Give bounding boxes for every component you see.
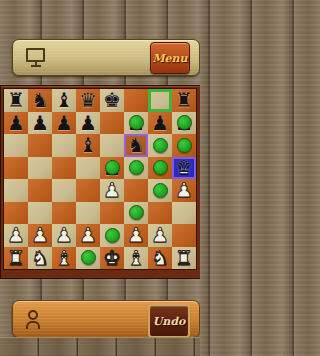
square-d2[interactable]: ♟ xyxy=(76,224,100,247)
square-e5[interactable]: ♟ xyxy=(100,157,124,180)
square-f6[interactable]: ♞ xyxy=(124,134,148,157)
person-icon xyxy=(26,310,40,329)
square-g6[interactable] xyxy=(148,134,172,157)
black-bishop: ♝ xyxy=(55,90,73,110)
legal-move-dot xyxy=(153,138,168,153)
black-pawn: ♟ xyxy=(175,113,193,133)
square-d4[interactable] xyxy=(76,179,100,202)
square-d5[interactable] xyxy=(76,157,100,180)
square-h5[interactable]: ♛ xyxy=(172,157,196,180)
white-knight: ♞ xyxy=(31,248,49,268)
black-pawn: ♟ xyxy=(103,158,121,178)
square-h4[interactable]: ♟ xyxy=(172,179,196,202)
app-screen: { "game": "chess", "app": { "top_bar": {… xyxy=(0,0,200,356)
square-e1[interactable]: ♚ xyxy=(100,247,124,270)
opponent-bar: Menu xyxy=(12,39,200,76)
square-g1[interactable]: ♞ xyxy=(148,247,172,270)
square-d1[interactable] xyxy=(76,247,100,270)
square-h8[interactable]: ♜ xyxy=(172,89,196,112)
square-b8[interactable]: ♞ xyxy=(28,89,52,112)
square-f7[interactable]: ♟ xyxy=(124,112,148,135)
square-c4[interactable] xyxy=(52,179,76,202)
white-pawn: ♟ xyxy=(175,180,193,200)
square-b4[interactable] xyxy=(28,179,52,202)
square-b2[interactable]: ♟ xyxy=(28,224,52,247)
square-a3[interactable] xyxy=(4,202,28,225)
square-h2[interactable] xyxy=(172,224,196,247)
black-pawn: ♟ xyxy=(79,113,97,133)
white-pawn: ♟ xyxy=(79,225,97,245)
legal-move-dot xyxy=(129,115,144,130)
square-b3[interactable] xyxy=(28,202,52,225)
square-f3[interactable] xyxy=(124,202,148,225)
white-pawn: ♟ xyxy=(103,180,121,200)
square-f4[interactable] xyxy=(124,179,148,202)
white-bishop: ♝ xyxy=(55,248,73,268)
square-g5[interactable] xyxy=(148,157,172,180)
square-f1[interactable]: ♝ xyxy=(124,247,148,270)
chess-board: ♜♞♝♛♚♜♟♟♟♟♟♟♟♝♞♟♛♟♟♟♟♟♟♟♟♜♞♝♚♝♞♜ xyxy=(0,85,200,279)
computer-monitor-icon xyxy=(26,48,45,67)
square-a7[interactable]: ♟ xyxy=(4,112,28,135)
square-e6[interactable] xyxy=(100,134,124,157)
square-a5[interactable] xyxy=(4,157,28,180)
square-c6[interactable] xyxy=(52,134,76,157)
legal-move-dot xyxy=(129,160,144,175)
square-b5[interactable] xyxy=(28,157,52,180)
square-e4[interactable]: ♟ xyxy=(100,179,124,202)
square-a6[interactable] xyxy=(4,134,28,157)
square-h7[interactable]: ♟ xyxy=(172,112,196,135)
square-d7[interactable]: ♟ xyxy=(76,112,100,135)
black-pawn: ♟ xyxy=(55,113,73,133)
white-pawn: ♟ xyxy=(151,225,169,245)
white-rook: ♜ xyxy=(7,248,25,268)
legal-move-dot xyxy=(153,160,168,175)
square-g8[interactable] xyxy=(148,89,172,112)
square-d8[interactable]: ♛ xyxy=(76,89,100,112)
square-d6[interactable]: ♝ xyxy=(76,134,100,157)
square-f8[interactable] xyxy=(124,89,148,112)
square-a4[interactable] xyxy=(4,179,28,202)
black-rook: ♜ xyxy=(7,90,25,110)
square-h3[interactable] xyxy=(172,202,196,225)
square-c8[interactable]: ♝ xyxy=(52,89,76,112)
legal-move-dot xyxy=(177,138,192,153)
player-bar: Undo xyxy=(12,300,200,338)
black-bishop: ♝ xyxy=(79,135,97,155)
square-d3[interactable] xyxy=(76,202,100,225)
square-b6[interactable] xyxy=(28,134,52,157)
black-knight: ♞ xyxy=(127,135,145,155)
square-g2[interactable]: ♟ xyxy=(148,224,172,247)
square-b7[interactable]: ♟ xyxy=(28,112,52,135)
black-pawn: ♟ xyxy=(127,113,145,133)
legal-move-dot xyxy=(129,205,144,220)
square-a8[interactable]: ♜ xyxy=(4,89,28,112)
legal-move-dot xyxy=(105,228,120,243)
square-c3[interactable] xyxy=(52,202,76,225)
white-pawn: ♟ xyxy=(55,225,73,245)
legal-move-dot xyxy=(177,115,192,130)
square-c7[interactable]: ♟ xyxy=(52,112,76,135)
square-h1[interactable]: ♜ xyxy=(172,247,196,270)
square-e3[interactable] xyxy=(100,202,124,225)
black-rook: ♜ xyxy=(175,90,193,110)
white-rook: ♜ xyxy=(175,248,193,268)
square-b1[interactable]: ♞ xyxy=(28,247,52,270)
black-knight: ♞ xyxy=(31,90,49,110)
black-pawn: ♟ xyxy=(151,113,169,133)
square-c1[interactable]: ♝ xyxy=(52,247,76,270)
white-pawn: ♟ xyxy=(127,225,145,245)
square-e2[interactable] xyxy=(100,224,124,247)
square-f2[interactable]: ♟ xyxy=(124,224,148,247)
white-pawn: ♟ xyxy=(31,225,49,245)
white-queen: ♛ xyxy=(175,158,193,178)
black-king: ♚ xyxy=(103,90,121,110)
legal-move-dot xyxy=(153,183,168,198)
white-bishop: ♝ xyxy=(127,248,145,268)
square-c2[interactable]: ♟ xyxy=(52,224,76,247)
square-e7[interactable] xyxy=(100,112,124,135)
undo-button[interactable]: Undo xyxy=(148,304,190,338)
legal-move-dot xyxy=(81,250,96,265)
black-pawn: ♟ xyxy=(31,113,49,133)
legal-move-dot xyxy=(105,160,120,175)
board-grid: ♜♞♝♛♚♜♟♟♟♟♟♟♟♝♞♟♛♟♟♟♟♟♟♟♟♜♞♝♚♝♞♜ xyxy=(4,89,196,269)
square-g7[interactable]: ♟ xyxy=(148,112,172,135)
black-pawn: ♟ xyxy=(7,113,25,133)
square-c5[interactable] xyxy=(52,157,76,180)
square-e8[interactable]: ♚ xyxy=(100,89,124,112)
square-a1[interactable]: ♜ xyxy=(4,247,28,270)
white-king: ♚ xyxy=(103,248,121,268)
square-a2[interactable]: ♟ xyxy=(4,224,28,247)
menu-button[interactable]: Menu xyxy=(150,42,190,74)
floor-plank-strip xyxy=(0,337,200,356)
square-f5[interactable] xyxy=(124,157,148,180)
square-g4[interactable] xyxy=(148,179,172,202)
white-knight: ♞ xyxy=(151,248,169,268)
white-pawn: ♟ xyxy=(7,225,25,245)
black-queen: ♛ xyxy=(79,90,97,110)
square-h6[interactable] xyxy=(172,134,196,157)
square-g3[interactable] xyxy=(148,202,172,225)
